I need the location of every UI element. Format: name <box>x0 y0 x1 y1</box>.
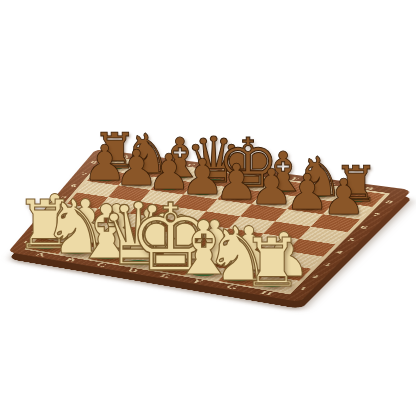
file-label-top-f: F <box>291 176 301 181</box>
file-label-bottom-f: F <box>192 278 205 285</box>
file-label-bottom-h: H <box>259 289 275 296</box>
rank-label-right-8: 8 <box>383 199 395 205</box>
rank-label-right-3: 3 <box>321 261 332 267</box>
chessboard-photo-scene: AA88BB77CC66DD55EE44FF33GG22HH11 ♜♞♝♛♚♝♞… <box>0 0 416 416</box>
file-label-bottom-b: B <box>65 256 77 262</box>
rank-label-right-4: 4 <box>334 249 345 255</box>
rank-label-right-1: 1 <box>298 285 309 291</box>
file-label-bottom-a: A <box>34 251 47 257</box>
file-label-bottom-e: E <box>159 272 172 279</box>
file-label-bottom-c: C <box>95 262 108 269</box>
file-label-top-h: H <box>363 186 375 191</box>
chess-board[interactable]: AA88BB77CC66DD55EE44FF33GG22HH11 <box>8 149 412 302</box>
file-label-top-e: E <box>255 172 265 177</box>
rank-label-right-5: 5 <box>346 237 358 243</box>
rank-label-right-2: 2 <box>310 273 321 279</box>
file-label-bottom-d: D <box>126 267 140 274</box>
rank-label-right-7: 7 <box>371 212 383 218</box>
file-label-bottom-g: G <box>224 284 239 291</box>
file-label-top-g: G <box>326 181 338 186</box>
rank-label-right-6: 6 <box>358 224 370 230</box>
